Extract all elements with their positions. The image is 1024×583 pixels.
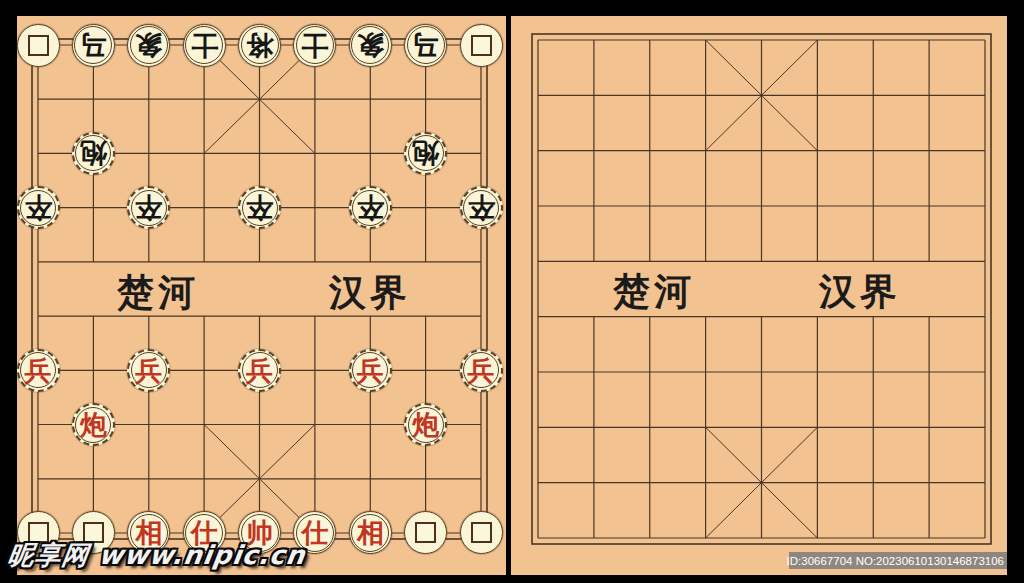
board-cell — [232, 235, 287, 289]
site-watermark: 昵享网 www.nipic.cn — [6, 538, 308, 573]
board-cell — [66, 289, 121, 343]
blank-square-mark — [471, 35, 492, 56]
piece-glyph: 相 — [357, 519, 384, 546]
board-cell — [398, 72, 453, 126]
piece-red-elephant[interactable]: 相 — [349, 511, 392, 554]
piece-red-soldier[interactable]: 兵 — [460, 349, 503, 392]
piece-black-cannon[interactable]: 炮 — [404, 132, 447, 175]
board-cell: 象 — [343, 18, 398, 72]
board-cell — [121, 397, 176, 451]
board-cell — [232, 289, 287, 343]
board-cell — [10, 452, 65, 506]
board-cell — [287, 397, 342, 451]
board-cell — [453, 18, 508, 72]
board-cell — [121, 452, 176, 506]
board-cell — [176, 397, 231, 451]
board-cell — [176, 126, 231, 180]
piece-red-soldier[interactable]: 兵 — [238, 349, 281, 392]
left-xiangqi-board: 楚河 汉界 马象士将士象马炮炮卒卒卒卒卒兵兵兵兵兵炮炮相仕帅仕相 — [17, 16, 506, 575]
board-cell — [10, 126, 65, 180]
board-cell — [66, 181, 121, 235]
board-cell — [343, 289, 398, 343]
piece-black-elephant[interactable]: 象 — [127, 24, 170, 67]
piece-glyph: 炮 — [80, 411, 107, 438]
piece-glyph: 士 — [301, 32, 328, 59]
board-cell: 炮 — [398, 126, 453, 180]
piece-glyph: 象 — [357, 32, 384, 59]
board-cell — [343, 397, 398, 451]
board-cell — [232, 126, 287, 180]
board-cell — [232, 72, 287, 126]
board-cell: 兵 — [453, 343, 508, 397]
board-cell — [10, 289, 65, 343]
piece-black-horse[interactable]: 马 — [72, 24, 115, 67]
board-cell: 卒 — [121, 181, 176, 235]
piece-black-advisor[interactable]: 士 — [293, 24, 336, 67]
piece-glyph: 兵 — [246, 357, 273, 384]
board-cell — [343, 126, 398, 180]
blank-square-mark — [28, 35, 49, 56]
piece-glyph: 兵 — [135, 357, 162, 384]
board-cell — [287, 235, 342, 289]
piece-glyph: 将 — [246, 32, 273, 59]
board-cell — [10, 72, 65, 126]
board-cell — [287, 452, 342, 506]
board-cell — [66, 452, 121, 506]
piece-black-general[interactable]: 将 — [238, 24, 281, 67]
board-cell — [398, 235, 453, 289]
board-cell: 相 — [343, 506, 398, 560]
board-cell — [121, 72, 176, 126]
board-cell — [66, 343, 121, 397]
piece-glyph: 马 — [412, 32, 439, 59]
board-cell — [121, 126, 176, 180]
right-xiangqi-board-empty: 楚河 汉界 — [511, 16, 1007, 575]
board-cell — [287, 72, 342, 126]
board-cell — [121, 235, 176, 289]
board-cell: 将 — [232, 18, 287, 72]
board-cell: 炮 — [66, 397, 121, 451]
piece-black-elephant[interactable]: 象 — [349, 24, 392, 67]
piece-glyph: 炮 — [412, 140, 439, 167]
piece-red-soldier[interactable]: 兵 — [17, 349, 60, 392]
piece-black-soldier[interactable]: 卒 — [17, 186, 60, 229]
piece-red-blank-disc[interactable] — [404, 511, 447, 554]
board-cell: 马 — [398, 18, 453, 72]
piece-red-cannon[interactable]: 炮 — [404, 403, 447, 446]
piece-glyph: 象 — [135, 32, 162, 59]
board-cell: 卒 — [343, 181, 398, 235]
board-cell — [287, 181, 342, 235]
board-cell — [176, 72, 231, 126]
board-cell: 士 — [176, 18, 231, 72]
board-cell — [232, 452, 287, 506]
board-cell — [453, 506, 508, 560]
piece-glyph: 卒 — [468, 194, 495, 221]
board-cell — [453, 289, 508, 343]
board-cell — [10, 397, 65, 451]
piece-black-soldier[interactable]: 卒 — [127, 186, 170, 229]
piece-glyph: 兵 — [357, 357, 384, 384]
piece-black-blank-disc[interactable] — [460, 24, 503, 67]
board-cell — [176, 289, 231, 343]
board-cell — [398, 452, 453, 506]
board-cell: 士 — [287, 18, 342, 72]
piece-black-advisor[interactable]: 士 — [183, 24, 226, 67]
piece-glyph: 士 — [191, 32, 218, 59]
board-cell — [453, 126, 508, 180]
board-cell — [176, 343, 231, 397]
board-cell — [343, 72, 398, 126]
piece-red-blank-disc[interactable] — [460, 511, 503, 554]
board-cell: 炮 — [398, 397, 453, 451]
piece-glyph: 卒 — [25, 194, 52, 221]
left-board-piece-grid: 马象士将士象马炮炮卒卒卒卒卒兵兵兵兵兵炮炮相仕帅仕相 — [10, 18, 508, 560]
river-chu-label: 楚河 — [613, 267, 695, 317]
board-cell: 兵 — [343, 343, 398, 397]
board-cell — [176, 235, 231, 289]
piece-glyph: 兵 — [25, 357, 52, 384]
board-cell — [10, 235, 65, 289]
river-label-row: 楚河 汉界 — [511, 267, 1007, 315]
board-cell — [343, 452, 398, 506]
piece-glyph: 炮 — [412, 411, 439, 438]
piece-red-soldier[interactable]: 兵 — [349, 349, 392, 392]
board-cell: 兵 — [10, 343, 65, 397]
piece-glyph: 兵 — [468, 357, 495, 384]
board-cell — [453, 235, 508, 289]
board-cell: 卒 — [453, 181, 508, 235]
board-cell: 卒 — [10, 181, 65, 235]
piece-glyph: 炮 — [80, 140, 107, 167]
piece-black-blank-disc[interactable] — [17, 24, 60, 67]
board-cell — [453, 397, 508, 451]
piece-black-soldier[interactable]: 卒 — [349, 186, 392, 229]
board-cell: 卒 — [232, 181, 287, 235]
river-han-label: 汉界 — [819, 267, 901, 317]
board-cell: 马 — [66, 18, 121, 72]
piece-black-soldier[interactable]: 卒 — [460, 186, 503, 229]
piece-glyph: 卒 — [357, 194, 384, 221]
board-cell — [287, 126, 342, 180]
board-cell — [66, 72, 121, 126]
board-cell — [398, 181, 453, 235]
blank-square-mark — [415, 522, 436, 543]
board-cell — [398, 343, 453, 397]
board-cell — [287, 289, 342, 343]
board-cell: 兵 — [232, 343, 287, 397]
board-cell — [453, 72, 508, 126]
piece-glyph: 卒 — [135, 194, 162, 221]
board-cell: 炮 — [66, 126, 121, 180]
board-cell — [287, 343, 342, 397]
image-id-stamp: ID:30667704 NO:20230610130146873106 — [789, 552, 1007, 569]
board-cell — [121, 289, 176, 343]
blank-square-mark — [471, 522, 492, 543]
board-cell — [10, 18, 65, 72]
piece-black-soldier[interactable]: 卒 — [238, 186, 281, 229]
board-cell — [176, 452, 231, 506]
piece-glyph: 马 — [80, 32, 107, 59]
board-cell: 象 — [121, 18, 176, 72]
board-cell: 兵 — [121, 343, 176, 397]
board-cell — [343, 235, 398, 289]
piece-glyph: 卒 — [246, 194, 273, 221]
piece-red-cannon[interactable]: 炮 — [72, 403, 115, 446]
board-cell — [232, 397, 287, 451]
piece-black-cannon[interactable]: 炮 — [72, 132, 115, 175]
piece-black-horse[interactable]: 马 — [404, 24, 447, 67]
board-cell — [453, 452, 508, 506]
board-cell — [398, 289, 453, 343]
board-cell — [176, 181, 231, 235]
board-cell — [66, 235, 121, 289]
piece-red-soldier[interactable]: 兵 — [127, 349, 170, 392]
board-cell — [398, 506, 453, 560]
